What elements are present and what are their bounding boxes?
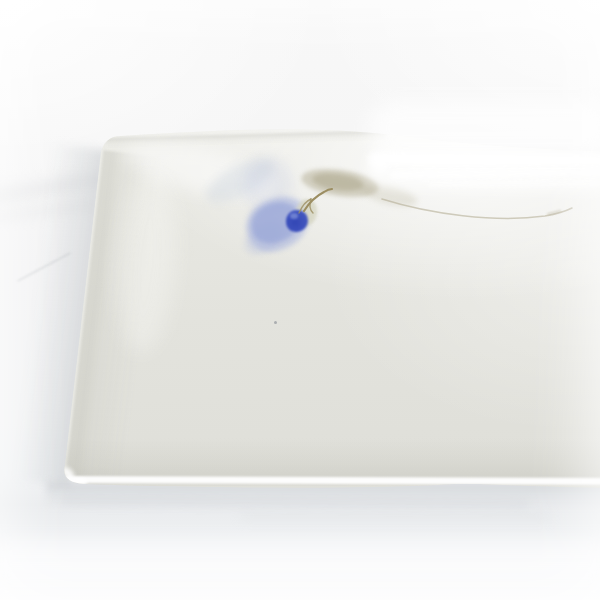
fabric-fold-shadow	[240, 512, 550, 520]
stem-trail-arc	[382, 199, 572, 218]
fabric-bright-band	[0, 540, 600, 580]
specular-streak-hook	[370, 158, 390, 174]
glaze-speck	[274, 321, 277, 324]
overexposed-edge-glow	[368, 102, 600, 154]
specular-streak	[368, 152, 600, 167]
product-photo	[0, 0, 600, 600]
